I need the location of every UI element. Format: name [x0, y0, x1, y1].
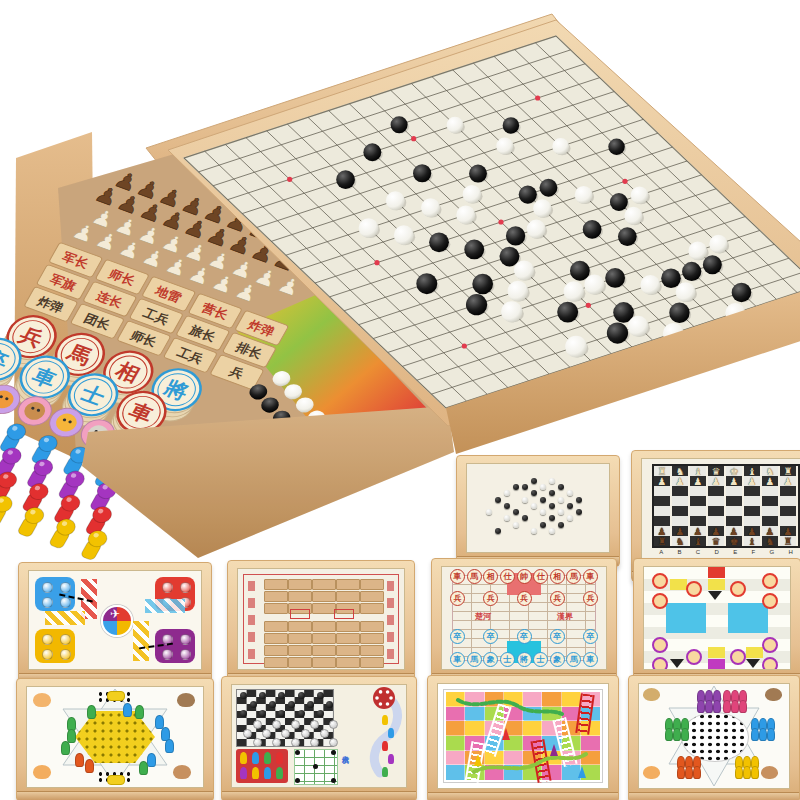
- halma-peg: [61, 741, 70, 755]
- chess-square: [708, 496, 724, 506]
- black-stone: [531, 490, 537, 496]
- ludo-peg: [60, 634, 71, 645]
- army-tile: [264, 633, 288, 644]
- xiangqi-disc: 兵: [517, 591, 532, 606]
- shield-mark: [708, 591, 722, 600]
- army-tile: [336, 645, 360, 656]
- hq-spot: [290, 609, 310, 619]
- zone-peg: [252, 767, 259, 779]
- thumb-chinese-checkers-board: [628, 675, 800, 800]
- brown-chess-piece: ♟: [780, 526, 796, 536]
- cream-chess-piece: ♟: [780, 476, 796, 486]
- corner-animal-cartoon: [761, 766, 778, 779]
- exit-pill: [107, 691, 125, 701]
- black-stone: [558, 484, 564, 490]
- brown-chess-piece: ♛: [708, 536, 724, 546]
- ludo-peg: [42, 597, 53, 608]
- black-stone: [558, 522, 564, 528]
- xiangqi-disc: 卒: [517, 629, 532, 644]
- ludo-peg: [162, 582, 173, 593]
- snl-pawn: [502, 728, 510, 740]
- xiangqi-piece-row: 車馬相仕帥仕相馬車: [442, 569, 606, 584]
- brown-chess-piece: ♞: [762, 536, 778, 546]
- xiangqi-disc: 將: [517, 652, 532, 667]
- army-tile: [288, 645, 312, 656]
- army-tile: [264, 579, 288, 590]
- xiangqi-disc: 兵: [550, 591, 565, 606]
- cream-chess-piece: ♜: [780, 466, 796, 476]
- checkers-peg: [723, 700, 731, 713]
- white-draughts-piece: [243, 729, 252, 738]
- border-glyph: [248, 649, 255, 659]
- file-letter: B: [677, 549, 681, 555]
- army-tile: [288, 621, 312, 632]
- corner-dot: [313, 764, 318, 769]
- corner-dot: [295, 750, 300, 755]
- xiangqi-disc: 象: [483, 652, 498, 667]
- chess-square: [744, 496, 760, 506]
- ludo-peg: [60, 649, 71, 660]
- white-stone: [540, 484, 546, 490]
- chess-square: [726, 486, 742, 496]
- army-tile: [360, 579, 384, 590]
- draughts-board: [236, 689, 334, 747]
- hq-spot: [334, 609, 354, 619]
- army-tile: [336, 633, 360, 644]
- snl-pawn: [474, 754, 482, 766]
- checkers-peg: [685, 766, 693, 779]
- black-stone: [495, 528, 501, 534]
- army-tile: [264, 591, 288, 602]
- chess-file-letters: ABCDEFGH: [652, 548, 800, 556]
- black-stone: [513, 509, 519, 515]
- ludo-path: [145, 599, 185, 613]
- checkers-peg: [739, 700, 747, 713]
- chess-square: [726, 496, 742, 506]
- xiangqi-disc: 相: [550, 569, 565, 584]
- cream-chess-piece: ♟: [672, 476, 688, 486]
- den-purple: [708, 659, 725, 670]
- white-draughts-piece: [272, 720, 281, 729]
- xiangqi-disc: 卒: [450, 629, 465, 644]
- xiangqi-disc: 馬: [566, 652, 581, 667]
- brown-chess-piece: ♟: [762, 526, 778, 536]
- border-glyph: [248, 598, 255, 608]
- river-label: 楚河: [475, 611, 491, 622]
- white-draughts-piece: [310, 720, 319, 729]
- border-glyph: [248, 615, 255, 625]
- xiangqi-disc: 仕: [533, 569, 548, 584]
- file-letter: G: [769, 549, 774, 555]
- white-stone: [567, 490, 573, 496]
- army-tile: [312, 603, 336, 614]
- track-peg: [388, 754, 394, 764]
- army-tile: [312, 579, 336, 590]
- track-peg: [382, 767, 388, 777]
- river: [666, 603, 706, 633]
- brown-chess-piece: ♚: [726, 536, 742, 546]
- white-stone: [540, 509, 546, 515]
- army-tile: [360, 645, 384, 656]
- cream-chess-piece: ♚: [726, 466, 742, 476]
- peg-zone: [236, 749, 288, 783]
- black-draughts-piece: [298, 710, 305, 717]
- black-draughts-piece: [317, 692, 324, 699]
- halma-peg: [85, 759, 94, 773]
- black-stone: [504, 503, 510, 509]
- army-tile: [288, 591, 312, 602]
- corner-animal-cartoon: [765, 688, 782, 701]
- track-peg: [382, 741, 388, 751]
- cream-chess-piece: ♜: [654, 466, 670, 476]
- black-draughts-piece: [240, 692, 247, 699]
- white-draughts-piece: [253, 738, 262, 747]
- jungle-animal-disc-purple: [730, 649, 746, 665]
- jungle-animal-disc-red: [652, 593, 668, 609]
- chess-square: [708, 486, 724, 496]
- chess-square: [744, 506, 760, 516]
- jungle-animal-disc-purple: [652, 637, 668, 653]
- exit-pill: [107, 775, 125, 785]
- army-tile: [360, 591, 384, 602]
- checkers-peg: [713, 700, 721, 713]
- jungle-animal-disc-purple: [686, 649, 702, 665]
- checkers-peg: [751, 766, 759, 779]
- zone-peg: [252, 752, 259, 764]
- black-stone: [549, 503, 555, 509]
- cream-chess-piece: ♟: [744, 476, 760, 486]
- chess-square: [744, 486, 760, 496]
- checkers-peg: [743, 766, 751, 779]
- white-draughts-piece: [291, 738, 300, 747]
- corner-animal-cartoon: [643, 688, 660, 701]
- black-stone: [513, 484, 519, 490]
- xiangqi-disc: 帥: [517, 569, 532, 584]
- halma-peg: [75, 753, 84, 767]
- army-tile: [312, 591, 336, 602]
- chess-square: [780, 506, 796, 516]
- file-letter: D: [714, 549, 718, 555]
- army-tile: [336, 591, 360, 602]
- ludo-peg: [60, 582, 71, 593]
- corner-animal-cartoon: [33, 693, 51, 707]
- army-tile: [360, 621, 384, 632]
- army-tile: [312, 633, 336, 644]
- multi-board-label: 六子棋: [340, 749, 350, 752]
- zone-peg: [264, 767, 271, 779]
- chess-square: [780, 496, 796, 506]
- checkers-peg: [693, 766, 701, 779]
- xiangqi-disc: 卒: [583, 629, 598, 644]
- zone-peg: [264, 752, 271, 764]
- white-draughts-piece: [320, 729, 329, 738]
- white-stone: [567, 515, 573, 521]
- cream-chess-piece: ♞: [672, 466, 688, 476]
- checkers-peg: [731, 700, 739, 713]
- jungle-animal-disc-red: [652, 573, 668, 589]
- checkers-peg: [697, 700, 705, 713]
- white-stone: [513, 522, 519, 528]
- ludo-home-2: [35, 629, 75, 663]
- brown-chess-piece: ♟: [654, 526, 670, 536]
- checkers-peg: [681, 728, 689, 741]
- xiangqi-disc: 相: [483, 569, 498, 584]
- xiangqi-disc: 卒: [483, 629, 498, 644]
- black-draughts-piece: [298, 692, 305, 699]
- xiangqi-disc: 馬: [467, 569, 482, 584]
- chess-square: [672, 496, 688, 506]
- trap-cell: [746, 647, 763, 658]
- file-letter: E: [733, 549, 737, 555]
- army-tile: [336, 579, 360, 590]
- black-draughts-piece: [259, 710, 266, 717]
- ludo-home-0: [35, 577, 75, 611]
- black-draughts-piece: [326, 701, 333, 708]
- brown-chess-piece: ♟: [672, 526, 688, 536]
- brown-chess-piece: ♝: [690, 536, 706, 546]
- border-glyph: [387, 632, 394, 642]
- cream-chess-piece: ♝: [744, 466, 760, 476]
- army-tile: [288, 657, 312, 668]
- army-tile: [264, 645, 288, 656]
- brown-chess-piece: ♟: [708, 526, 724, 536]
- trap-cell: [708, 647, 725, 658]
- cream-chess-piece: ♛: [708, 466, 724, 476]
- chess-square: [780, 516, 796, 526]
- chess-square: [690, 496, 706, 506]
- thumb-gomoku-board: [456, 455, 620, 567]
- xiangqi-disc: 車: [583, 569, 598, 584]
- white-draughts-piece: [291, 720, 300, 729]
- black-stone: [495, 497, 501, 503]
- chess-square: [654, 506, 670, 516]
- white-stone: [549, 528, 555, 534]
- chess-square: [780, 486, 796, 496]
- xiangqi-disc: 士: [533, 652, 548, 667]
- border-glyph: [248, 581, 255, 591]
- chess-square: [672, 486, 688, 496]
- halma-peg: [123, 703, 132, 717]
- army-tile: [312, 621, 336, 632]
- black-stone: [576, 497, 582, 503]
- xiangqi-piece-row: 車馬象士將士象馬車: [442, 652, 606, 667]
- black-draughts-piece: [240, 710, 247, 717]
- army-tile: [360, 603, 384, 614]
- jungle-animal-disc-red: [762, 593, 778, 609]
- border-glyph: [387, 581, 394, 591]
- chess-square: [726, 516, 742, 526]
- black-stone: [549, 490, 555, 496]
- chess-square: [654, 486, 670, 496]
- chess-square: [690, 506, 706, 516]
- jungle-animal-disc-purple: [762, 637, 778, 653]
- chess-square: [672, 516, 688, 526]
- halma-peg: [67, 729, 76, 743]
- file-letter: A: [659, 549, 663, 555]
- army-tile: [336, 621, 360, 632]
- zone-peg: [276, 752, 283, 764]
- ludo-peg: [180, 634, 191, 645]
- brown-chess-piece: ♟: [726, 526, 742, 536]
- chess-square: [762, 486, 778, 496]
- halma-peg: [165, 739, 174, 753]
- shield-mark: [670, 659, 684, 668]
- thumb-xiangqi-board: 楚河漢界 車馬相仕帥仕相馬車兵兵兵兵兵卒卒卒卒卒車馬象士將士象馬車: [431, 558, 617, 684]
- chess-square: [762, 516, 778, 526]
- xiangqi-disc: 兵: [450, 591, 465, 606]
- army-tile: [288, 579, 312, 590]
- thumb-star-halma-board: [16, 678, 214, 800]
- army-tile: [360, 633, 384, 644]
- corner-dot: [331, 750, 336, 755]
- white-draughts-piece: [310, 738, 319, 747]
- file-letter: C: [696, 549, 700, 555]
- checkers-peg: [673, 728, 681, 741]
- jungle-animal-disc-purple: [762, 657, 778, 670]
- thumb-ludo-board: ✈: [18, 562, 212, 684]
- black-draughts-piece: [317, 710, 324, 717]
- cream-chess-piece: ♟: [708, 476, 724, 486]
- army-tile: [312, 645, 336, 656]
- chessboard-grid: ♜♞♝♛♚♝♞♜♟♟♟♟♟♟♟♟♟♟♟♟♟♟♟♟♜♞♝♛♚♝♞♜: [652, 464, 800, 548]
- brown-chess-piece: ♝: [744, 536, 760, 546]
- cream-chess-piece: ♟: [762, 476, 778, 486]
- thumb-army-chess-board: [227, 560, 415, 684]
- xiangqi-disc: 兵: [583, 591, 598, 606]
- army-tile: [264, 657, 288, 668]
- cream-chess-piece: ♞: [762, 466, 778, 476]
- xiangqi-piece-row: 卒卒卒卒卒: [442, 629, 606, 644]
- ludo-peg: [42, 634, 53, 645]
- checkers-peg: [751, 728, 759, 741]
- jungle-animal-disc-red: [762, 573, 778, 589]
- river-label: 漢界: [557, 611, 573, 622]
- thumb-draughts-multi-board: 六子棋: [221, 676, 417, 800]
- black-draughts-piece: [259, 692, 266, 699]
- white-stone: [558, 509, 564, 515]
- checkers-peg: [759, 728, 767, 741]
- snl-pawn: [578, 766, 586, 778]
- xiangqi-disc: 馬: [566, 569, 581, 584]
- white-stone: [531, 528, 537, 534]
- corner-dot: [331, 778, 336, 783]
- white-stone: [522, 497, 528, 503]
- black-stone: [549, 515, 555, 521]
- ludo-peg: [180, 649, 191, 660]
- thumb-jungle-chess-board: [633, 558, 800, 684]
- white-stone: [549, 478, 555, 484]
- chess-square: [762, 496, 778, 506]
- white-draughts-piece: [253, 720, 262, 729]
- xiangqi-disc: 車: [450, 569, 465, 584]
- army-tile: [264, 621, 288, 632]
- white-stone: [504, 490, 510, 496]
- black-draughts-piece: [307, 701, 314, 708]
- black-draughts-piece: [250, 701, 257, 708]
- xiangqi-disc: 象: [550, 652, 565, 667]
- chess-square: [708, 516, 724, 526]
- black-stone: [522, 515, 528, 521]
- white-draughts-piece: [281, 729, 290, 738]
- black-draughts-piece: [288, 701, 295, 708]
- black-stone: [576, 509, 582, 515]
- chess-square: [744, 516, 760, 526]
- cream-chess-piece: ♝: [690, 466, 706, 476]
- army-tile: [360, 657, 384, 668]
- white-stone: [486, 509, 492, 515]
- brown-chess-piece: ♜: [654, 536, 670, 546]
- track-peg: [382, 715, 388, 725]
- chess-square: [654, 516, 670, 526]
- army-tile: [288, 633, 312, 644]
- shield-mark: [746, 659, 760, 668]
- white-draughts-piece: [272, 738, 281, 747]
- chess-square: [762, 506, 778, 516]
- brown-chess-piece: ♟: [690, 526, 706, 536]
- track-peg: [388, 728, 394, 738]
- checkers-peg: [705, 700, 713, 713]
- den-red: [708, 567, 725, 578]
- chess-square: [690, 486, 706, 496]
- corner-animal-cartoon: [33, 765, 51, 779]
- checkers-peg: [677, 766, 685, 779]
- jungle-animal-disc-purple: [652, 657, 668, 670]
- black-draughts-piece: [278, 692, 285, 699]
- halma-peg: [135, 705, 144, 719]
- thumb-snakes-ladders-board: [427, 675, 619, 800]
- black-stone: [531, 478, 537, 484]
- ludo-peg: [42, 582, 53, 593]
- jungle-animal-disc-red: [730, 581, 746, 597]
- army-tile: [312, 657, 336, 668]
- trap-cell: [708, 579, 725, 590]
- checkers-peg: [735, 766, 743, 779]
- chess-square: [690, 516, 706, 526]
- chess-square: [726, 506, 742, 516]
- white-stone: [558, 497, 564, 503]
- brown-chess-piece: ♜: [780, 536, 796, 546]
- file-letter: F: [751, 549, 755, 555]
- file-letter: H: [788, 549, 792, 555]
- trap-cell: [670, 579, 687, 590]
- zone-peg: [240, 752, 247, 764]
- snl-pawn: [550, 744, 558, 756]
- white-stone: [504, 515, 510, 521]
- corner-animal-cartoon: [173, 765, 191, 779]
- cream-chess-piece: ♟: [726, 476, 742, 486]
- chess-square: [708, 506, 724, 516]
- black-draughts-piece: [269, 701, 276, 708]
- black-stone: [540, 497, 546, 503]
- ludo-peg: [162, 649, 173, 660]
- black-stone: [522, 484, 528, 490]
- corner-animal-cartoon: [643, 766, 660, 779]
- halma-peg: [87, 705, 96, 719]
- six-in-row-board: [294, 749, 338, 785]
- white-stone: [531, 503, 537, 509]
- brown-chess-piece: ♞: [672, 536, 688, 546]
- chess-square: [654, 496, 670, 506]
- product-photo-multi-game-box: { "game": "Multi-game wooden box set — m…: [0, 0, 800, 800]
- ludo-path: [133, 621, 149, 661]
- cream-chess-piece: ♟: [654, 476, 670, 486]
- zone-peg: [240, 767, 247, 779]
- xiangqi-disc: 卒: [550, 629, 565, 644]
- border-glyph: [248, 632, 255, 642]
- ludo-plane-icon: ✈: [101, 607, 129, 621]
- army-tile: [336, 657, 360, 668]
- border-glyph: [387, 649, 394, 659]
